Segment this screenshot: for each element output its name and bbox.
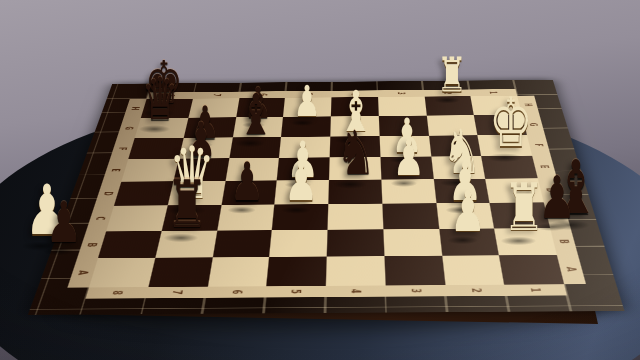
square-c4[interactable] bbox=[328, 204, 384, 230]
square-c8[interactable] bbox=[106, 205, 167, 231]
black-pawn-c6[interactable]: ♟ bbox=[230, 157, 264, 210]
square-a8[interactable] bbox=[89, 258, 155, 288]
square-b6[interactable] bbox=[212, 230, 272, 258]
black-rook-b7[interactable]: ♜ bbox=[166, 173, 208, 238]
white-pawn-b2[interactable]: ♟ bbox=[450, 184, 486, 240]
white-pawn-d3[interactable]: ♟ bbox=[393, 133, 425, 183]
square-a5[interactable] bbox=[267, 257, 327, 287]
square-a6[interactable] bbox=[207, 257, 269, 287]
square-b5[interactable] bbox=[269, 229, 327, 257]
square-b3[interactable] bbox=[383, 229, 442, 257]
white-king-e1[interactable]: ♚ bbox=[489, 90, 533, 158]
black-pawn-captured-left[interactable]: ♟ bbox=[46, 195, 82, 251]
square-b4[interactable] bbox=[327, 229, 384, 257]
black-pawn-captured-right[interactable]: ♟ bbox=[538, 168, 576, 227]
square-d8[interactable] bbox=[114, 181, 173, 205]
white-rook-h2[interactable]: ♜ bbox=[437, 53, 467, 100]
square-b8[interactable] bbox=[98, 231, 162, 259]
white-pawn-g5[interactable]: ♟ bbox=[293, 80, 321, 123]
square-a3[interactable] bbox=[384, 256, 445, 286]
white-pawn-c5[interactable]: ♟ bbox=[284, 157, 318, 210]
black-knight-d4[interactable]: ♞ bbox=[336, 123, 375, 184]
square-c3[interactable] bbox=[382, 203, 439, 229]
black-queen-g8[interactable]: ♛ bbox=[141, 71, 178, 129]
square-a4[interactable] bbox=[326, 256, 385, 286]
square-a2[interactable] bbox=[442, 255, 505, 285]
scene: 87654321 87654321 HGFEDCBA HGFEDCBA ♚♛♜♝… bbox=[0, 0, 640, 360]
square-a1[interactable] bbox=[499, 255, 564, 285]
black-bishop-f6[interactable]: ♝ bbox=[237, 87, 273, 144]
square-a7[interactable] bbox=[148, 258, 212, 288]
